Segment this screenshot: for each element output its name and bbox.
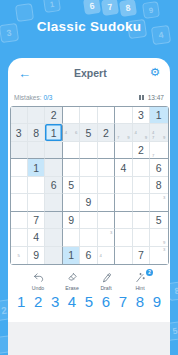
cell-r1c1[interactable] — [11, 107, 28, 124]
cell-r2c7[interactable]: 79 — [115, 124, 132, 141]
sudoku-board: 2313814652794947927146658937954395916473 — [10, 106, 169, 265]
pattern-tile: 9 — [142, 1, 160, 19]
cell-r8c3[interactable] — [45, 229, 62, 246]
cell-r6c5[interactable]: 9 — [80, 194, 97, 211]
cell-r4c8[interactable] — [133, 159, 150, 176]
cell-r2c2[interactable]: 8 — [28, 124, 45, 141]
cell-r6c4[interactable] — [63, 194, 80, 211]
toolbar: Undo Erase Draft 2 Hint — [8, 272, 170, 291]
numpad-key-6[interactable]: 6 — [102, 294, 110, 311]
cell-r6c3[interactable] — [45, 194, 62, 211]
numpad-key-1[interactable]: 1 — [17, 294, 25, 311]
cell-r6c6[interactable] — [98, 194, 115, 211]
draft-label: Draft — [100, 285, 111, 291]
game-card: ← Expert ⚙ Mistakes:0/3 13:47 2313814652… — [8, 58, 170, 355]
cell-r2c4[interactable]: 46 — [63, 124, 80, 141]
cell-r4c1[interactable] — [11, 159, 28, 176]
pattern-tile: 7 — [101, 0, 119, 16]
app-title: Classic Sudoku — [0, 19, 178, 34]
cell-r7c9[interactable]: 5 — [150, 212, 167, 229]
cell-r6c1[interactable] — [11, 194, 28, 211]
cell-r8c2[interactable]: 4 — [28, 229, 45, 246]
cell-r3c4[interactable] — [63, 142, 80, 159]
timer: 13:47 — [139, 94, 164, 101]
cell-r9c7[interactable] — [115, 247, 132, 264]
cell-r9c3[interactable] — [45, 247, 62, 264]
pencil-marks: 479 — [151, 125, 167, 140]
erase-button[interactable]: Erase — [61, 272, 83, 291]
cell-r3c3[interactable] — [45, 142, 62, 159]
cell-r4c6[interactable] — [98, 159, 115, 176]
cell-r6c8[interactable] — [133, 194, 150, 211]
cell-r8c7[interactable] — [115, 229, 132, 246]
back-arrow-icon[interactable]: ← — [18, 67, 31, 80]
draft-button[interactable]: Draft — [95, 272, 117, 291]
cell-r4c4[interactable] — [63, 159, 80, 176]
cell-r9c5[interactable]: 6 — [80, 247, 97, 264]
cell-r3c5[interactable] — [80, 142, 97, 159]
cell-r9c4[interactable]: 1 — [63, 247, 80, 264]
timer-value: 13:47 — [148, 94, 164, 101]
cell-r4c5[interactable] — [80, 159, 97, 176]
cell-r4c3[interactable] — [45, 159, 62, 176]
cell-r2c6[interactable]: 2 — [98, 124, 115, 141]
cell-r1c4[interactable] — [63, 107, 80, 124]
number-pad: 123456789 — [8, 294, 170, 311]
numpad-key-5[interactable]: 5 — [85, 294, 93, 311]
cell-r3c2[interactable] — [28, 142, 45, 159]
undo-label: Undo — [32, 285, 44, 291]
mistakes-value: 0/3 — [43, 94, 52, 101]
cell-r3c1[interactable] — [11, 142, 28, 159]
pencil-marks: 4 — [98, 247, 113, 263]
cell-r9c1[interactable]: 5 — [11, 247, 28, 264]
numpad-key-7[interactable]: 7 — [119, 294, 127, 311]
gear-icon[interactable]: ⚙ — [150, 67, 160, 79]
cell-r4c7[interactable]: 4 — [115, 159, 132, 176]
cell-r4c2[interactable]: 1 — [28, 159, 45, 176]
cell-r8c8[interactable] — [133, 229, 150, 246]
cell-r7c2[interactable]: 7 — [28, 212, 45, 229]
numpad-key-8[interactable]: 8 — [136, 294, 144, 311]
cell-r5c2[interactable] — [28, 177, 45, 194]
cell-r1c3[interactable]: 2 — [45, 107, 62, 124]
cell-r7c8[interactable] — [133, 212, 150, 229]
cell-r6c2[interactable] — [28, 194, 45, 211]
numpad-key-3[interactable]: 3 — [51, 294, 59, 311]
pencil-marks: 3 — [98, 230, 113, 245]
cell-r5c7[interactable] — [115, 177, 132, 194]
pencil-marks: 5 — [11, 247, 26, 263]
cell-r7c1[interactable] — [11, 212, 28, 229]
cell-r9c9[interactable]: 3 — [150, 247, 167, 264]
cell-r5c9[interactable]: 8 — [150, 177, 167, 194]
undo-icon — [33, 272, 44, 283]
hint-button[interactable]: 2 Hint — [129, 272, 151, 291]
cell-r3c6[interactable] — [98, 142, 115, 159]
magic-wand-icon — [135, 272, 146, 283]
difficulty-title: Expert — [74, 67, 107, 79]
cell-r1c5[interactable] — [80, 107, 97, 124]
cell-r7c6[interactable] — [98, 212, 115, 229]
status-bar: Mistakes:0/3 13:47 — [8, 94, 170, 101]
cell-r3c8[interactable]: 2 — [133, 142, 150, 159]
cell-r2c3[interactable]: 1 — [45, 124, 62, 141]
numpad-key-9[interactable]: 9 — [153, 294, 161, 311]
cell-r3c7[interactable] — [115, 142, 132, 159]
cell-r8c1[interactable] — [11, 229, 28, 246]
ad-banner-area — [8, 322, 170, 355]
pencil-marks: 7 — [151, 142, 167, 157]
cell-r8c5[interactable] — [80, 229, 97, 246]
cell-r1c7[interactable] — [115, 107, 132, 124]
cell-r6c9[interactable]: 3 — [150, 194, 167, 211]
pause-icon[interactable] — [139, 95, 144, 101]
pencil-marks: 49 — [133, 125, 148, 140]
cell-r2c1[interactable]: 3 — [11, 124, 28, 141]
cell-r5c5[interactable] — [80, 177, 97, 194]
undo-button[interactable]: Undo — [27, 272, 49, 291]
cell-r7c3[interactable] — [45, 212, 62, 229]
cell-r8c4[interactable] — [63, 229, 80, 246]
cell-r7c7[interactable] — [115, 212, 132, 229]
cell-r5c1[interactable] — [11, 177, 28, 194]
pattern-tile: 6 — [83, 0, 101, 15]
mistakes-label: Mistakes: — [14, 94, 41, 101]
pencil-marks: 9 — [151, 230, 167, 245]
cell-r5c4[interactable]: 5 — [63, 177, 80, 194]
hint-label: Hint — [135, 285, 144, 291]
cell-r2c5[interactable]: 5 — [80, 124, 97, 141]
pencil-marks: 79 — [116, 125, 131, 140]
cell-r7c5[interactable] — [80, 212, 97, 229]
numpad-key-2[interactable]: 2 — [34, 294, 42, 311]
cell-r9c8[interactable]: 7 — [133, 247, 150, 264]
numpad-key-4[interactable]: 4 — [68, 294, 76, 311]
cell-r5c6[interactable] — [98, 177, 115, 194]
erase-label: Erase — [65, 285, 79, 291]
cell-r8c9[interactable]: 9 — [150, 229, 167, 246]
cell-r2c9[interactable]: 479 — [150, 124, 167, 141]
pencil-marks: 46 — [63, 125, 78, 140]
pattern-tile: 8 — [119, 0, 137, 17]
nav-bar: ← Expert ⚙ — [8, 65, 170, 81]
cell-r1c9[interactable]: 1 — [150, 107, 167, 124]
cell-r5c8[interactable] — [133, 177, 150, 194]
hint-badge: 2 — [146, 269, 153, 276]
eraser-icon — [67, 272, 78, 283]
cell-r1c2[interactable] — [28, 107, 45, 124]
cell-r2c8[interactable]: 49 — [133, 124, 150, 141]
cell-r1c6[interactable] — [98, 107, 115, 124]
cell-r1c8[interactable]: 3 — [133, 107, 150, 124]
cell-r5c3[interactable]: 6 — [45, 177, 62, 194]
pencil-icon — [101, 272, 112, 283]
pencil-marks: 3 — [151, 247, 167, 263]
cell-r7c4[interactable]: 9 — [63, 212, 80, 229]
cell-r3c9[interactable]: 7 — [150, 142, 167, 159]
mistakes-counter: Mistakes:0/3 — [14, 94, 53, 101]
cell-r9c6[interactable]: 4 — [98, 247, 115, 264]
cell-r6c7[interactable] — [115, 194, 132, 211]
cell-r9c2[interactable]: 9 — [28, 247, 45, 264]
pattern-tile: 1 — [43, 0, 61, 13]
cell-r4c9[interactable]: 6 — [150, 159, 167, 176]
pencil-marks: 3 — [151, 195, 167, 210]
cell-r8c6[interactable]: 3 — [98, 229, 115, 246]
